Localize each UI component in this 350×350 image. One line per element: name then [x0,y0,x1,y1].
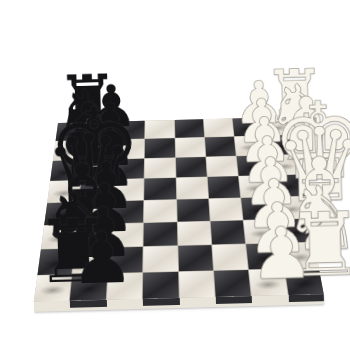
square-light: ♟ [77,201,111,224]
square-light: ♛ [274,196,310,219]
piece-shadow [54,168,78,176]
square-light [107,273,143,300]
square-dark: ♝ [277,219,314,243]
piece-black-rook: ♜ [55,72,85,133]
piece-shadow [244,184,269,192]
square-light [175,138,205,158]
square-light [145,120,174,139]
square-dark [108,247,143,273]
square-light: ♟ [82,159,114,180]
square-light: ♟ [244,220,280,244]
piece-shadow [49,211,74,220]
piece-black-knight: ♞ [52,86,83,152]
square-dark: ♟ [233,118,264,137]
square-dark [211,220,246,244]
square-light [114,139,144,159]
square-dark [175,119,205,138]
square-light: ♜ [262,117,294,135]
square-light: ♝ [41,225,77,249]
square-light [204,119,234,138]
piece-shadow [272,163,296,171]
square-light: ♟ [85,122,115,141]
square-light [145,158,176,179]
square-dark [177,199,210,222]
square-light: ♞ [281,243,319,269]
piece-shadow [266,124,289,131]
square-dark: ♞ [265,135,298,154]
square-light [177,221,211,245]
square-light [144,200,176,223]
piece-shadow [52,189,77,197]
square-dark: ♟ [84,140,115,160]
square-dark: ♝ [50,160,82,181]
square-dark [143,272,178,299]
piece-shadow [42,259,69,269]
square-dark: ♟ [70,274,107,301]
square-dark [176,157,207,178]
piece-shadow [269,143,293,150]
square-dark [205,137,236,156]
square-dark: ♟ [80,180,113,202]
piece-shadow [80,234,106,243]
piece-shadow [252,254,279,264]
board-front-edge [34,294,324,312]
square-dark: ♜ [56,122,87,141]
piece-shadow [276,183,301,191]
square-dark: ♟ [75,224,110,248]
square-dark [214,270,251,297]
square-dark [144,178,175,200]
square-dark [115,121,144,140]
piece-shadow [75,284,102,294]
square-light: ♞ [53,141,85,161]
square-light [109,223,143,247]
square-light: ♜ [34,274,72,301]
piece-shadow [46,235,72,244]
square-dark [178,245,213,271]
piece-shadow [239,144,262,151]
piece-shadow [279,205,305,214]
square-light [206,156,238,177]
square-light [112,179,144,201]
piece-shadow [241,164,265,172]
piece-shadow [290,279,318,289]
square-dark: ♞ [38,249,75,275]
piece-shadow [82,210,107,219]
piece-shadow [84,188,108,196]
chess-set-photo: ♜♟♟♜♞♟♟♞♝♟♟♝♚♟♟♚♛♟♟♛♝♟♟♝♞♟♟♞♜♟♟♜ [0,0,350,350]
square-light: ♟ [239,176,273,198]
piece-shadow [89,129,111,136]
square-dark [113,159,144,180]
square-dark: ♟ [237,155,270,175]
piece-shadow [255,280,283,290]
piece-white-pawn: ♟ [233,78,263,128]
piece-shadow [86,168,110,176]
perspective-scene: ♜♟♟♜♞♟♟♞♝♟♟♝♚♟♟♚♛♟♟♛♝♟♟♝♞♟♟♞♜♟♟♜ [26,4,323,301]
piece-shadow [249,229,275,238]
piece-shadow [60,130,83,137]
square-dark: ♛ [44,202,78,225]
square-light: ♟ [249,269,287,296]
square-dark: ♜ [284,268,323,295]
square-light [143,246,177,272]
piece-white-knight: ♞ [265,81,296,147]
square-dark: ♟ [241,197,276,220]
square-dark [145,138,175,158]
square-light: ♚ [47,181,80,203]
piece-black-pawn: ♟ [85,82,115,132]
piece-shadow [237,125,260,132]
square-light [176,177,208,199]
square-light [212,244,248,270]
piece-shadow [246,206,271,215]
square-dark [144,222,177,246]
square-light: ♟ [235,136,267,155]
square-dark: ♟ [246,244,283,270]
square-dark: ♚ [271,175,306,197]
square-light [209,198,243,221]
square-dark [208,176,241,198]
chess-board: ♜♟♟♜♞♟♟♞♝♟♟♝♚♟♟♚♛♟♟♛♝♟♟♝♞♟♟♞♜♟♟♜ [34,117,324,302]
square-light [179,271,215,298]
square-light: ♝ [268,154,302,174]
square-dark [111,200,144,223]
square-light: ♟ [73,248,109,274]
piece-white-rook: ♜ [262,66,292,127]
piece-shadow [77,258,103,268]
piece-shadow [282,228,308,237]
piece-shadow [88,148,111,155]
piece-shadow [57,149,80,156]
piece-shadow [286,253,313,263]
piece-shadow [39,285,67,295]
